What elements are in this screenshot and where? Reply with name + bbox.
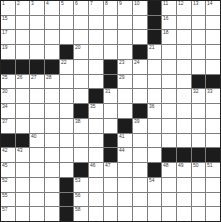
clue-number: 35: [90, 104, 96, 109]
grid-cell[interactable]: [60, 148, 74, 162]
grid-cell[interactable]: [177, 45, 191, 59]
grid-cell[interactable]: [206, 45, 220, 59]
grid-cell[interactable]: [104, 119, 118, 133]
clue-number: 24: [134, 60, 140, 65]
grid-cell[interactable]: [16, 16, 30, 30]
clue-number: 12: [178, 1, 184, 6]
clue-number: 21: [149, 45, 155, 50]
grid-cell[interactable]: [177, 89, 191, 103]
grid-cell[interactable]: 13: [192, 1, 206, 15]
grid-cell[interactable]: [89, 119, 103, 133]
grid-cell[interactable]: [118, 16, 132, 30]
grid-cell[interactable]: [45, 104, 59, 118]
grid-cell[interactable]: [148, 119, 162, 133]
black-cell: [133, 104, 147, 118]
black-cell: [148, 16, 162, 30]
grid-cell[interactable]: 57: [1, 207, 15, 221]
clue-number: 34: [2, 104, 8, 109]
grid-cell[interactable]: [30, 163, 44, 177]
grid-cell[interactable]: [74, 60, 88, 74]
grid-cell[interactable]: [162, 193, 176, 207]
clue-number: 29: [119, 75, 125, 80]
grid-cell[interactable]: [45, 89, 59, 103]
grid-cell[interactable]: [206, 30, 220, 44]
grid-cell[interactable]: 53: [74, 178, 88, 192]
grid-cell[interactable]: [206, 60, 220, 74]
clue-number: 16: [163, 16, 169, 21]
grid-cell[interactable]: 2: [16, 1, 30, 15]
grid-cell[interactable]: [118, 207, 132, 221]
grid-cell[interactable]: 46: [89, 163, 103, 177]
grid-cell[interactable]: [104, 178, 118, 192]
grid-cell[interactable]: [74, 16, 88, 30]
grid-cell[interactable]: 38: [74, 119, 88, 133]
grid-cell[interactable]: 21: [148, 45, 162, 59]
grid-cell[interactable]: [177, 16, 191, 30]
grid-cell[interactable]: 32: [192, 89, 206, 103]
grid-cell[interactable]: [104, 104, 118, 118]
clue-number: 27: [31, 75, 37, 80]
grid-cell[interactable]: [177, 207, 191, 221]
grid-cell[interactable]: [30, 16, 44, 30]
clue-number: 5: [61, 1, 64, 6]
grid-cell[interactable]: 6: [74, 1, 88, 15]
black-cell: [104, 148, 118, 162]
grid-cell[interactable]: [177, 75, 191, 89]
clue-number: 9: [119, 1, 122, 6]
grid-cell[interactable]: [162, 89, 176, 103]
grid-cell[interactable]: 52: [1, 178, 15, 192]
clue-number: 33: [207, 89, 213, 94]
grid-cell[interactable]: [45, 45, 59, 59]
grid-cell[interactable]: [16, 193, 30, 207]
grid-cell[interactable]: 8: [104, 1, 118, 15]
grid-cell[interactable]: [16, 207, 30, 221]
grid-cell[interactable]: [74, 134, 88, 148]
grid-cell[interactable]: 10: [133, 1, 147, 15]
grid-cell[interactable]: [162, 60, 176, 74]
grid-cell[interactable]: 29: [118, 75, 132, 89]
clue-number: 51: [207, 163, 213, 168]
black-cell: [60, 207, 74, 221]
grid-cell[interactable]: [45, 163, 59, 177]
grid-cell[interactable]: [133, 148, 147, 162]
black-cell: [206, 148, 220, 162]
grid-cell[interactable]: [45, 178, 59, 192]
grid-cell[interactable]: 30: [1, 89, 15, 103]
clue-number: 52: [2, 178, 8, 183]
grid-cell[interactable]: [104, 30, 118, 44]
grid-cell[interactable]: [148, 207, 162, 221]
grid-cell[interactable]: [30, 193, 44, 207]
clue-number: 14: [207, 1, 213, 6]
black-cell: [60, 178, 74, 192]
clue-number: 53: [75, 178, 81, 183]
clue-number: 50: [193, 163, 199, 168]
grid-cell[interactable]: [89, 45, 103, 59]
black-cell: [60, 193, 74, 207]
grid-cell[interactable]: 9: [118, 1, 132, 15]
grid-cell[interactable]: [206, 16, 220, 30]
crossword-grid: 1234567891011121314151617181920212223242…: [0, 0, 221, 222]
grid-cell[interactable]: [45, 119, 59, 133]
grid-cell[interactable]: [16, 178, 30, 192]
grid-cell[interactable]: [133, 178, 147, 192]
grid-cell[interactable]: 50: [192, 163, 206, 177]
grid-cell[interactable]: 44: [118, 148, 132, 162]
grid-cell[interactable]: 37: [1, 119, 15, 133]
grid-cell[interactable]: 34: [1, 104, 15, 118]
grid-cell[interactable]: [45, 193, 59, 207]
grid-cell[interactable]: 19: [1, 45, 15, 59]
clue-number: 57: [2, 207, 8, 212]
black-cell: [74, 163, 88, 177]
grid-cell[interactable]: [192, 104, 206, 118]
grid-cell[interactable]: 7: [89, 1, 103, 15]
grid-cell[interactable]: [162, 178, 176, 192]
clue-number: 46: [90, 163, 96, 168]
black-cell: [104, 60, 118, 74]
grid-cell[interactable]: [45, 30, 59, 44]
grid-cell[interactable]: [118, 89, 132, 103]
grid-cell[interactable]: [133, 163, 147, 177]
black-cell: [192, 75, 206, 89]
grid-cell[interactable]: 43: [16, 148, 30, 162]
grid-cell[interactable]: [16, 104, 30, 118]
grid-cell[interactable]: 25: [1, 75, 15, 89]
grid-cell[interactable]: [177, 30, 191, 44]
grid-cell[interactable]: [89, 207, 103, 221]
grid-cell[interactable]: [60, 30, 74, 44]
black-cell: [192, 148, 206, 162]
grid-cell[interactable]: [74, 30, 88, 44]
grid-cell[interactable]: 31: [104, 89, 118, 103]
grid-cell[interactable]: [177, 119, 191, 133]
grid-cell[interactable]: [60, 75, 74, 89]
grid-cell[interactable]: [104, 193, 118, 207]
grid-cell[interactable]: [192, 119, 206, 133]
grid-cell[interactable]: [30, 178, 44, 192]
grid-cell[interactable]: [177, 193, 191, 207]
clue-number: 30: [2, 89, 8, 94]
clue-number: 38: [75, 119, 81, 124]
grid-cell[interactable]: [60, 16, 74, 30]
grid-cell[interactable]: [60, 119, 74, 133]
grid-cell[interactable]: 36: [148, 104, 162, 118]
grid-cell[interactable]: [133, 207, 147, 221]
clue-number: 18: [163, 30, 169, 35]
grid-cell[interactable]: [30, 148, 44, 162]
clue-number: 49: [178, 163, 184, 168]
black-cell: [133, 45, 147, 59]
grid-cell[interactable]: [162, 75, 176, 89]
clue-number: 3: [31, 1, 34, 6]
grid-cell[interactable]: [89, 60, 103, 74]
grid-cell[interactable]: [30, 119, 44, 133]
grid-cell[interactable]: [206, 207, 220, 221]
clue-number: 45: [2, 163, 8, 168]
grid-cell[interactable]: [118, 178, 132, 192]
grid-cell[interactable]: [177, 60, 191, 74]
grid-cell[interactable]: [148, 89, 162, 103]
grid-cell[interactable]: 56: [74, 193, 88, 207]
grid-cell[interactable]: [89, 30, 103, 44]
clue-number: 28: [46, 75, 52, 80]
grid-cell[interactable]: 55: [1, 193, 15, 207]
clue-number: 42: [2, 148, 8, 153]
grid-cell[interactable]: [45, 148, 59, 162]
grid-cell[interactable]: [177, 178, 191, 192]
grid-cell[interactable]: 24: [133, 60, 147, 74]
clue-number: 40: [31, 134, 37, 139]
clue-number: 44: [119, 148, 125, 153]
grid-cell[interactable]: [148, 134, 162, 148]
grid-cell[interactable]: [89, 148, 103, 162]
grid-cell[interactable]: [45, 134, 59, 148]
grid-cell[interactable]: 48: [162, 163, 176, 177]
grid-cell[interactable]: [118, 163, 132, 177]
black-cell: [89, 89, 103, 103]
grid-cell[interactable]: [45, 16, 59, 30]
grid-cell[interactable]: 14: [206, 1, 220, 15]
black-cell: [148, 30, 162, 44]
grid-cell[interactable]: [16, 119, 30, 133]
grid-cell[interactable]: 49: [177, 163, 191, 177]
grid-cell[interactable]: 12: [177, 1, 191, 15]
grid-cell[interactable]: [30, 104, 44, 118]
grid-cell[interactable]: [60, 89, 74, 103]
clue-number: 55: [2, 193, 8, 198]
grid-cell[interactable]: 33: [206, 89, 220, 103]
clue-number: 31: [105, 89, 111, 94]
grid-cell[interactable]: [206, 134, 220, 148]
clue-number: 17: [2, 30, 8, 35]
grid-cell[interactable]: 16: [162, 16, 176, 30]
grid-cell[interactable]: [118, 193, 132, 207]
grid-cell[interactable]: [16, 89, 30, 103]
grid-cell[interactable]: 58: [74, 207, 88, 221]
clue-number: 13: [193, 1, 199, 6]
clue-number: 47: [105, 163, 111, 168]
grid-cell[interactable]: 39: [133, 119, 147, 133]
grid-cell[interactable]: [16, 163, 30, 177]
grid-cell[interactable]: 35: [89, 104, 103, 118]
clue-number: 6: [75, 1, 78, 6]
black-cell: [104, 134, 118, 148]
black-cell: [16, 134, 30, 148]
clue-number: 48: [163, 163, 169, 168]
grid-cell[interactable]: [30, 45, 44, 59]
grid-cell[interactable]: 4: [45, 1, 59, 15]
grid-cell[interactable]: [133, 75, 147, 89]
clue-number: 37: [2, 119, 8, 124]
grid-cell[interactable]: [118, 30, 132, 44]
grid-cell[interactable]: [104, 16, 118, 30]
grid-cell[interactable]: [133, 89, 147, 103]
grid-cell[interactable]: [192, 60, 206, 74]
grid-cell[interactable]: [162, 134, 176, 148]
clue-number: 58: [75, 207, 81, 212]
black-cell: [45, 60, 59, 74]
grid-cell[interactable]: [162, 104, 176, 118]
clue-number: 4: [46, 1, 49, 6]
clue-number: 15: [2, 16, 8, 21]
grid-cell[interactable]: [148, 193, 162, 207]
black-cell: [60, 45, 74, 59]
clue-number: 7: [90, 1, 93, 6]
clue-number: 19: [2, 45, 8, 50]
clue-number: 25: [2, 75, 8, 80]
grid-cell[interactable]: 40: [30, 134, 44, 148]
grid-cell[interactable]: 15: [1, 16, 15, 30]
grid-cell[interactable]: 41: [118, 134, 132, 148]
grid-cell[interactable]: [74, 75, 88, 89]
grid-cell[interactable]: 1: [1, 1, 15, 15]
grid-cell[interactable]: [192, 178, 206, 192]
grid-cell[interactable]: [16, 30, 30, 44]
grid-cell[interactable]: [192, 207, 206, 221]
grid-cell[interactable]: [74, 148, 88, 162]
clue-number: 41: [119, 134, 125, 139]
grid-cell[interactable]: [177, 134, 191, 148]
grid-cell[interactable]: [60, 134, 74, 148]
clue-number: 54: [149, 178, 155, 183]
black-cell: [206, 75, 220, 89]
grid-cell[interactable]: [206, 178, 220, 192]
grid-cell[interactable]: [133, 30, 147, 44]
black-cell: [118, 119, 132, 133]
grid-cell[interactable]: [16, 45, 30, 59]
grid-cell[interactable]: [74, 89, 88, 103]
clue-number: 11: [163, 1, 168, 6]
grid-cell[interactable]: [206, 193, 220, 207]
grid-cell[interactable]: 3: [30, 1, 44, 15]
grid-cell[interactable]: [89, 193, 103, 207]
grid-cell[interactable]: [60, 163, 74, 177]
grid-cell[interactable]: 11: [162, 1, 176, 15]
grid-cell[interactable]: [192, 30, 206, 44]
clue-number: 32: [193, 89, 199, 94]
clue-number: 26: [17, 75, 23, 80]
grid-cell[interactable]: 27: [30, 75, 44, 89]
black-cell: [74, 104, 88, 118]
grid-cell[interactable]: 47: [104, 163, 118, 177]
crossword-board: 1234567891011121314151617181920212223242…: [0, 0, 221, 222]
grid-cell[interactable]: 42: [1, 148, 15, 162]
grid-cell[interactable]: [206, 119, 220, 133]
clue-number: 20: [75, 45, 81, 50]
grid-cell[interactable]: 5: [60, 1, 74, 15]
clue-number: 56: [75, 193, 81, 198]
grid-cell[interactable]: [148, 148, 162, 162]
grid-cell[interactable]: 20: [74, 45, 88, 59]
black-cell: [162, 148, 176, 162]
grid-cell[interactable]: 18: [162, 30, 176, 44]
clue-number: 10: [134, 1, 140, 6]
grid-cell[interactable]: 51: [206, 163, 220, 177]
grid-cell[interactable]: 22: [60, 60, 74, 74]
grid-cell[interactable]: [89, 178, 103, 192]
grid-cell[interactable]: [133, 193, 147, 207]
grid-cell[interactable]: [133, 134, 147, 148]
clue-number: 2: [17, 1, 20, 6]
black-cell: [1, 134, 15, 148]
grid-cell[interactable]: [104, 207, 118, 221]
grid-cell[interactable]: [206, 104, 220, 118]
grid-cell[interactable]: 17: [1, 30, 15, 44]
grid-cell[interactable]: [45, 207, 59, 221]
black-cell: [148, 163, 162, 177]
grid-cell[interactable]: [177, 104, 191, 118]
grid-cell[interactable]: [133, 16, 147, 30]
grid-cell[interactable]: [60, 104, 74, 118]
clue-number: 8: [105, 1, 108, 6]
clue-number: 1: [2, 1, 5, 6]
clue-number: 43: [17, 148, 23, 153]
black-cell: [104, 75, 118, 89]
grid-cell[interactable]: [162, 119, 176, 133]
grid-cell[interactable]: [148, 60, 162, 74]
grid-cell[interactable]: [89, 16, 103, 30]
grid-cell[interactable]: 45: [1, 163, 15, 177]
grid-cell[interactable]: [192, 193, 206, 207]
black-cell: [30, 60, 44, 74]
grid-cell[interactable]: 54: [148, 178, 162, 192]
black-cell: [177, 148, 191, 162]
grid-cell[interactable]: [118, 45, 132, 59]
grid-cell[interactable]: [30, 89, 44, 103]
black-cell: [148, 1, 162, 15]
grid-cell[interactable]: [162, 207, 176, 221]
grid-cell[interactable]: [104, 45, 118, 59]
grid-cell[interactable]: [192, 45, 206, 59]
clue-number: 22: [61, 60, 67, 65]
grid-cell[interactable]: 23: [118, 60, 132, 74]
black-cell: [16, 60, 30, 74]
grid-cell[interactable]: 26: [16, 75, 30, 89]
grid-cell[interactable]: [192, 16, 206, 30]
grid-cell[interactable]: [89, 75, 103, 89]
clue-number: 23: [119, 60, 125, 65]
grid-cell[interactable]: [30, 30, 44, 44]
clue-number: 36: [149, 104, 155, 109]
grid-cell[interactable]: [30, 207, 44, 221]
grid-cell[interactable]: [118, 104, 132, 118]
grid-cell[interactable]: 28: [45, 75, 59, 89]
grid-cell[interactable]: [192, 134, 206, 148]
grid-cell[interactable]: [148, 75, 162, 89]
black-cell: [1, 60, 15, 74]
grid-cell[interactable]: [162, 45, 176, 59]
clue-number: 39: [134, 119, 140, 124]
grid-cell[interactable]: [89, 134, 103, 148]
